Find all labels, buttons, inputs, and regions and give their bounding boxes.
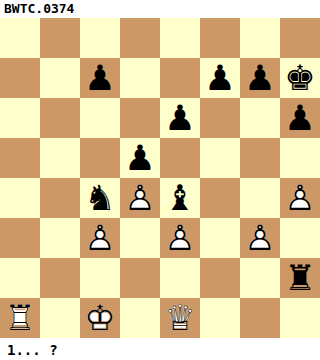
piece-white-rook[interactable]: ♜♖ — [0, 298, 40, 338]
square-c4[interactable]: ♞ — [80, 178, 120, 218]
square-h4[interactable]: ♟♙ — [280, 178, 320, 218]
piece-white-pawn[interactable]: ♟♙ — [80, 218, 120, 258]
square-e2[interactable] — [160, 258, 200, 298]
square-d3[interactable] — [120, 218, 160, 258]
piece-white-queen[interactable]: ♛♕ — [160, 298, 200, 338]
square-e1[interactable]: ♛♕ — [160, 298, 200, 338]
square-b5[interactable] — [40, 138, 80, 178]
piece-black-pawn[interactable]: ♟ — [240, 58, 280, 98]
square-f8[interactable] — [200, 18, 240, 58]
square-f5[interactable] — [200, 138, 240, 178]
square-a3[interactable] — [0, 218, 40, 258]
piece-black-bishop[interactable]: ♝ — [160, 178, 200, 218]
diagram-title: BWTC.0374 — [0, 0, 320, 18]
square-d8[interactable] — [120, 18, 160, 58]
square-c5[interactable] — [80, 138, 120, 178]
square-b1[interactable] — [40, 298, 80, 338]
square-a2[interactable] — [0, 258, 40, 298]
square-d4[interactable]: ♟♙ — [120, 178, 160, 218]
piece-white-pawn[interactable]: ♟♙ — [160, 218, 200, 258]
square-e8[interactable] — [160, 18, 200, 58]
square-f7[interactable]: ♟ — [200, 58, 240, 98]
square-b4[interactable] — [40, 178, 80, 218]
square-c3[interactable]: ♟♙ — [80, 218, 120, 258]
piece-white-king[interactable]: ♚♔ — [80, 298, 120, 338]
square-f4[interactable] — [200, 178, 240, 218]
piece-black-rook[interactable]: ♜ — [280, 258, 320, 298]
square-h8[interactable] — [280, 18, 320, 58]
chess-board: ♟♟♟♚♟♟♟♞♟♙♝♟♙♟♙♟♙♟♙♜♜♖♚♔♛♕ — [0, 18, 320, 338]
square-d7[interactable] — [120, 58, 160, 98]
square-e3[interactable]: ♟♙ — [160, 218, 200, 258]
square-f6[interactable] — [200, 98, 240, 138]
square-h5[interactable] — [280, 138, 320, 178]
piece-black-knight[interactable]: ♞ — [80, 178, 120, 218]
square-c2[interactable] — [80, 258, 120, 298]
square-h1[interactable] — [280, 298, 320, 338]
move-prompt: 1... ? — [0, 338, 320, 360]
square-h6[interactable]: ♟ — [280, 98, 320, 138]
square-c7[interactable]: ♟ — [80, 58, 120, 98]
square-f2[interactable] — [200, 258, 240, 298]
square-g1[interactable] — [240, 298, 280, 338]
square-g4[interactable] — [240, 178, 280, 218]
square-e7[interactable] — [160, 58, 200, 98]
square-b7[interactable] — [40, 58, 80, 98]
square-c1[interactable]: ♚♔ — [80, 298, 120, 338]
square-e4[interactable]: ♝ — [160, 178, 200, 218]
square-h3[interactable] — [280, 218, 320, 258]
square-d5[interactable]: ♟ — [120, 138, 160, 178]
piece-white-pawn[interactable]: ♟♙ — [280, 178, 320, 218]
square-g3[interactable]: ♟♙ — [240, 218, 280, 258]
square-f3[interactable] — [200, 218, 240, 258]
square-g2[interactable] — [240, 258, 280, 298]
square-e6[interactable]: ♟ — [160, 98, 200, 138]
square-f1[interactable] — [200, 298, 240, 338]
square-d1[interactable] — [120, 298, 160, 338]
square-b8[interactable] — [40, 18, 80, 58]
square-b3[interactable] — [40, 218, 80, 258]
square-b2[interactable] — [40, 258, 80, 298]
square-h2[interactable]: ♜ — [280, 258, 320, 298]
square-b6[interactable] — [40, 98, 80, 138]
square-a7[interactable] — [0, 58, 40, 98]
piece-white-pawn[interactable]: ♟♙ — [240, 218, 280, 258]
square-g7[interactable]: ♟ — [240, 58, 280, 98]
piece-black-pawn[interactable]: ♟ — [200, 58, 240, 98]
square-a8[interactable] — [0, 18, 40, 58]
square-d6[interactable] — [120, 98, 160, 138]
square-a1[interactable]: ♜♖ — [0, 298, 40, 338]
piece-black-pawn[interactable]: ♟ — [120, 138, 160, 178]
square-g6[interactable] — [240, 98, 280, 138]
square-a6[interactable] — [0, 98, 40, 138]
square-c6[interactable] — [80, 98, 120, 138]
square-d2[interactable] — [120, 258, 160, 298]
square-e5[interactable] — [160, 138, 200, 178]
piece-white-pawn[interactable]: ♟♙ — [120, 178, 160, 218]
square-g5[interactable] — [240, 138, 280, 178]
square-a4[interactable] — [0, 178, 40, 218]
piece-black-pawn[interactable]: ♟ — [280, 98, 320, 138]
piece-black-king[interactable]: ♚ — [280, 58, 320, 98]
piece-black-pawn[interactable]: ♟ — [160, 98, 200, 138]
square-c8[interactable] — [80, 18, 120, 58]
square-g8[interactable] — [240, 18, 280, 58]
piece-black-pawn[interactable]: ♟ — [80, 58, 120, 98]
square-a5[interactable] — [0, 138, 40, 178]
square-h7[interactable]: ♚ — [280, 58, 320, 98]
